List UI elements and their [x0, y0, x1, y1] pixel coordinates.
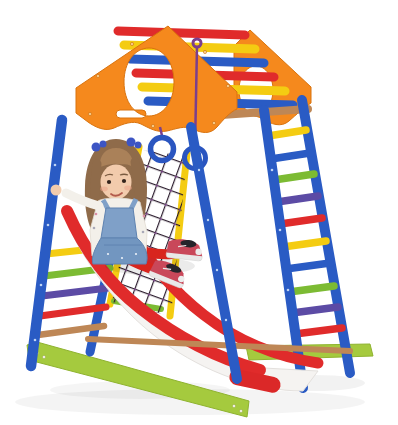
child-eye — [107, 180, 111, 184]
right-ladder-rung — [292, 307, 338, 313]
screw — [207, 219, 209, 221]
floral-dot — [93, 227, 96, 230]
child-face — [101, 165, 132, 200]
child-brow — [120, 174, 128, 175]
child-cheek — [124, 186, 132, 191]
screw — [34, 339, 37, 342]
child-hand — [51, 185, 62, 196]
right-ladder-rung — [277, 196, 318, 202]
screw — [88, 112, 91, 115]
screw — [240, 410, 243, 413]
screw — [225, 319, 227, 321]
screw — [96, 74, 99, 77]
child-cheek — [100, 187, 108, 192]
screw — [279, 229, 282, 232]
monkey-bar — [118, 31, 245, 35]
overall-dot — [107, 253, 109, 255]
screw — [233, 405, 236, 408]
floral-dot — [142, 231, 145, 234]
screw — [287, 289, 290, 292]
screw — [226, 84, 229, 87]
screw — [43, 356, 46, 359]
screw — [151, 124, 154, 127]
screw — [130, 42, 133, 45]
right-ladder-rung — [280, 218, 322, 224]
floral-dot — [143, 215, 146, 218]
product-photo-stage — [0, 0, 398, 425]
hair-bow — [100, 141, 107, 148]
overall-dot — [135, 253, 137, 255]
hair-bow — [92, 143, 101, 152]
right-ladder-rung — [286, 263, 330, 269]
hair-bow — [127, 138, 136, 147]
hair-bow — [135, 142, 142, 149]
right-ladder-rung — [295, 328, 342, 334]
floral-dot — [95, 213, 98, 216]
front-gable — [76, 26, 237, 133]
screw — [203, 50, 206, 53]
screw — [216, 269, 218, 271]
play-structure-illustration — [0, 0, 398, 425]
child-sneaker — [166, 238, 204, 261]
child-eye — [122, 179, 126, 183]
front-gable-panel — [76, 26, 237, 133]
right-ladder-rung — [274, 174, 314, 180]
screw — [54, 164, 57, 167]
screw — [212, 121, 215, 124]
screw — [47, 224, 50, 227]
right-ladder-rung — [268, 130, 306, 136]
screw — [198, 169, 200, 171]
overall-skirt — [92, 238, 147, 264]
screw — [40, 284, 43, 287]
screw — [271, 169, 274, 172]
right-ladder-rung — [283, 241, 326, 247]
overall-bib — [101, 208, 137, 238]
overall-dot — [121, 257, 123, 259]
right-ladder-rung — [289, 286, 334, 292]
right-ladder-rung — [271, 153, 310, 159]
